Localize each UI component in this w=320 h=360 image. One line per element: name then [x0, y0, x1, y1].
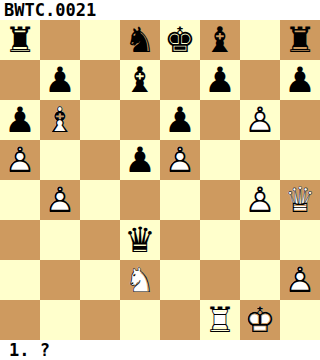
square-h6[interactable] — [280, 100, 320, 140]
piece-wQ: ♕ — [280, 180, 320, 220]
square-f8[interactable]: ♝ — [200, 20, 240, 60]
square-f1[interactable]: ♜♖ — [200, 300, 240, 340]
square-d3[interactable]: ♛ — [120, 220, 160, 260]
piece-bB: ♝ — [200, 20, 240, 60]
square-d8[interactable]: ♞ — [120, 20, 160, 60]
square-c6[interactable] — [80, 100, 120, 140]
square-d5[interactable]: ♟ — [120, 140, 160, 180]
piece-bQ: ♛ — [120, 220, 160, 260]
square-b4[interactable]: ♟♙ — [40, 180, 80, 220]
square-h1[interactable] — [280, 300, 320, 340]
piece-bR: ♜ — [280, 20, 320, 60]
square-h8[interactable]: ♜ — [280, 20, 320, 60]
square-b3[interactable] — [40, 220, 80, 260]
square-g8[interactable] — [240, 20, 280, 60]
square-d4[interactable] — [120, 180, 160, 220]
chess-puzzle-window: BWTC.0021 ♜♞♚♝♜♟♝♟♟♟♝♗♟♟♙♟♙♟♟♙♟♙♟♙♛♕♛♞♘♟… — [0, 0, 320, 360]
square-f5[interactable] — [200, 140, 240, 180]
square-c2[interactable] — [80, 260, 120, 300]
square-a5[interactable]: ♟♙ — [0, 140, 40, 180]
square-d6[interactable] — [120, 100, 160, 140]
piece-wR: ♖ — [200, 300, 240, 340]
piece-bR: ♜ — [0, 20, 40, 60]
piece-bK: ♚ — [160, 20, 200, 60]
square-g1[interactable]: ♚♔ — [240, 300, 280, 340]
square-g5[interactable] — [240, 140, 280, 180]
piece-wP: ♙ — [40, 180, 80, 220]
piece-bB: ♝ — [120, 60, 160, 100]
square-h3[interactable] — [280, 220, 320, 260]
square-h5[interactable] — [280, 140, 320, 180]
square-h4[interactable]: ♛♕ — [280, 180, 320, 220]
piece-wP: ♙ — [240, 180, 280, 220]
square-c5[interactable] — [80, 140, 120, 180]
square-c7[interactable] — [80, 60, 120, 100]
piece-wP: ♙ — [280, 260, 320, 300]
piece-bP: ♟ — [40, 60, 80, 100]
piece-wP: ♙ — [160, 140, 200, 180]
square-d1[interactable] — [120, 300, 160, 340]
piece-bP: ♟ — [280, 60, 320, 100]
square-e2[interactable] — [160, 260, 200, 300]
square-e7[interactable] — [160, 60, 200, 100]
piece-wB: ♗ — [40, 100, 80, 140]
square-f6[interactable] — [200, 100, 240, 140]
square-a8[interactable]: ♜ — [0, 20, 40, 60]
piece-bP: ♟ — [160, 100, 200, 140]
piece-bP: ♟ — [0, 100, 40, 140]
square-g6[interactable]: ♟♙ — [240, 100, 280, 140]
move-prompt: 1. ? — [0, 340, 320, 360]
square-b6[interactable]: ♝♗ — [40, 100, 80, 140]
puzzle-id-title: BWTC.0021 — [0, 0, 320, 20]
square-e5[interactable]: ♟♙ — [160, 140, 200, 180]
square-b1[interactable] — [40, 300, 80, 340]
square-g2[interactable] — [240, 260, 280, 300]
piece-bN: ♞ — [120, 20, 160, 60]
piece-wN: ♘ — [120, 260, 160, 300]
square-a3[interactable] — [0, 220, 40, 260]
square-g3[interactable] — [240, 220, 280, 260]
piece-wP: ♙ — [0, 140, 40, 180]
piece-bP: ♟ — [120, 140, 160, 180]
square-d7[interactable]: ♝ — [120, 60, 160, 100]
square-b7[interactable]: ♟ — [40, 60, 80, 100]
square-a7[interactable] — [0, 60, 40, 100]
square-c8[interactable] — [80, 20, 120, 60]
square-a2[interactable] — [0, 260, 40, 300]
square-a1[interactable] — [0, 300, 40, 340]
square-h2[interactable]: ♟♙ — [280, 260, 320, 300]
square-f3[interactable] — [200, 220, 240, 260]
square-d2[interactable]: ♞♘ — [120, 260, 160, 300]
square-g7[interactable] — [240, 60, 280, 100]
square-e4[interactable] — [160, 180, 200, 220]
square-c3[interactable] — [80, 220, 120, 260]
square-c1[interactable] — [80, 300, 120, 340]
square-f7[interactable]: ♟ — [200, 60, 240, 100]
square-b2[interactable] — [40, 260, 80, 300]
square-f4[interactable] — [200, 180, 240, 220]
square-e8[interactable]: ♚ — [160, 20, 200, 60]
piece-wK: ♔ — [240, 300, 280, 340]
piece-wP: ♙ — [240, 100, 280, 140]
square-f2[interactable] — [200, 260, 240, 300]
square-b5[interactable] — [40, 140, 80, 180]
square-h7[interactable]: ♟ — [280, 60, 320, 100]
square-g4[interactable]: ♟♙ — [240, 180, 280, 220]
square-c4[interactable] — [80, 180, 120, 220]
square-e6[interactable]: ♟ — [160, 100, 200, 140]
piece-bP: ♟ — [200, 60, 240, 100]
square-e1[interactable] — [160, 300, 200, 340]
square-e3[interactable] — [160, 220, 200, 260]
square-b8[interactable] — [40, 20, 80, 60]
square-a4[interactable] — [0, 180, 40, 220]
chess-board: ♜♞♚♝♜♟♝♟♟♟♝♗♟♟♙♟♙♟♟♙♟♙♟♙♛♕♛♞♘♟♙♜♖♚♔ — [0, 20, 320, 340]
square-a6[interactable]: ♟ — [0, 100, 40, 140]
